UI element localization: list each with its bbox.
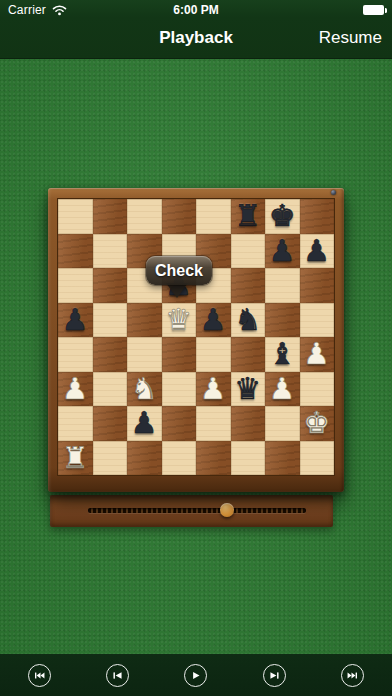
check-bubble-tail [166,283,188,298]
square-f2[interactable] [231,406,266,441]
square-g7[interactable]: ♟ [265,234,300,269]
piece-white-rook-a1: ♜ [58,441,93,476]
square-a6[interactable] [58,268,93,303]
square-g6[interactable] [265,268,300,303]
piece-black-queen-f3: ♛ [231,372,266,407]
square-d4[interactable] [162,337,197,372]
play-icon [190,670,201,681]
square-b6[interactable] [93,268,128,303]
square-f1[interactable] [231,441,266,476]
piece-white-king-h2: ♚ [300,406,335,441]
square-f8[interactable]: ♜ [231,199,266,234]
square-a3[interactable]: ♟ [58,372,93,407]
square-h5[interactable] [300,303,335,338]
board-grid: ♜♚♟♟♟♟♛♟♞♝♟♟♞♟♛♟♟♚♜ [58,199,334,475]
square-a7[interactable] [58,234,93,269]
square-g2[interactable] [265,406,300,441]
square-c8[interactable] [127,199,162,234]
piece-black-rook-f8: ♜ [231,199,266,234]
square-d5[interactable]: ♛ [162,303,197,338]
piece-black-pawn-c2: ♟ [127,406,162,441]
slider-panel [50,495,333,527]
square-e1[interactable] [196,441,231,476]
square-h1[interactable] [300,441,335,476]
square-b2[interactable] [93,406,128,441]
square-a5[interactable]: ♟ [58,303,93,338]
square-a8[interactable] [58,199,93,234]
square-g5[interactable] [265,303,300,338]
square-g3[interactable]: ♟ [265,372,300,407]
skip-to-end-icon [347,670,358,681]
piece-black-pawn-h7: ♟ [300,234,335,269]
square-h8[interactable] [300,199,335,234]
square-f6[interactable] [231,268,266,303]
step-back-button[interactable] [106,664,129,687]
square-b7[interactable] [93,234,128,269]
square-c3[interactable]: ♞ [127,372,162,407]
resume-button[interactable]: Resume [319,28,382,48]
step-back-icon [112,670,123,681]
playback-slider-knob[interactable] [220,503,234,517]
square-a4[interactable] [58,337,93,372]
square-b8[interactable] [93,199,128,234]
square-d2[interactable] [162,406,197,441]
piece-black-pawn-a5: ♟ [58,303,93,338]
clock-label: 6:00 PM [0,3,392,17]
skip-to-end-button[interactable] [341,664,364,687]
piece-white-pawn-g3: ♟ [265,372,300,407]
piece-white-queen-d5: ♛ [162,303,197,338]
square-e2[interactable] [196,406,231,441]
chess-board: ♜♚♟♟♟♟♛♟♞♝♟♟♞♟♛♟♟♚♜ [48,188,344,492]
play-button[interactable] [184,664,207,687]
square-a1[interactable]: ♜ [58,441,93,476]
screw-icon [331,190,336,195]
piece-black-king-g8: ♚ [265,199,300,234]
piece-white-pawn-a3: ♟ [58,372,93,407]
step-forward-button[interactable] [263,664,286,687]
square-f3[interactable]: ♛ [231,372,266,407]
square-d1[interactable] [162,441,197,476]
square-g8[interactable]: ♚ [265,199,300,234]
square-c1[interactable] [127,441,162,476]
square-b5[interactable] [93,303,128,338]
square-f5[interactable]: ♞ [231,303,266,338]
square-c5[interactable] [127,303,162,338]
check-bubble: Check [146,256,212,285]
piece-black-pawn-e5: ♟ [196,303,231,338]
square-f4[interactable] [231,337,266,372]
skip-to-start-button[interactable] [28,664,51,687]
square-h3[interactable] [300,372,335,407]
step-forward-icon [269,670,280,681]
battery-icon [363,5,387,15]
piece-black-knight-f5: ♞ [231,303,266,338]
square-e5[interactable]: ♟ [196,303,231,338]
square-b3[interactable] [93,372,128,407]
square-c4[interactable] [127,337,162,372]
piece-white-pawn-h4: ♟ [300,337,335,372]
square-h6[interactable] [300,268,335,303]
square-h4[interactable]: ♟ [300,337,335,372]
top-bar: Carrier 6:00 PM Playback Resume [0,0,392,59]
square-a2[interactable] [58,406,93,441]
square-g1[interactable] [265,441,300,476]
square-h2[interactable]: ♚ [300,406,335,441]
square-h7[interactable]: ♟ [300,234,335,269]
playback-slider-track[interactable] [88,508,306,513]
square-c2[interactable]: ♟ [127,406,162,441]
piece-black-pawn-g7: ♟ [265,234,300,269]
square-e4[interactable] [196,337,231,372]
square-g4[interactable]: ♝ [265,337,300,372]
nav-bar: Playback Resume [0,20,392,58]
square-b1[interactable] [93,441,128,476]
square-d8[interactable] [162,199,197,234]
piece-black-bishop-g4: ♝ [265,337,300,372]
square-d3[interactable] [162,372,197,407]
piece-white-pawn-e3: ♟ [196,372,231,407]
square-e8[interactable] [196,199,231,234]
square-f7[interactable] [231,234,266,269]
skip-to-start-icon [34,670,45,681]
piece-white-knight-c3: ♞ [127,372,162,407]
square-e3[interactable]: ♟ [196,372,231,407]
playback-toolbar [0,654,392,696]
square-b4[interactable] [93,337,128,372]
status-bar: Carrier 6:00 PM [0,0,392,20]
